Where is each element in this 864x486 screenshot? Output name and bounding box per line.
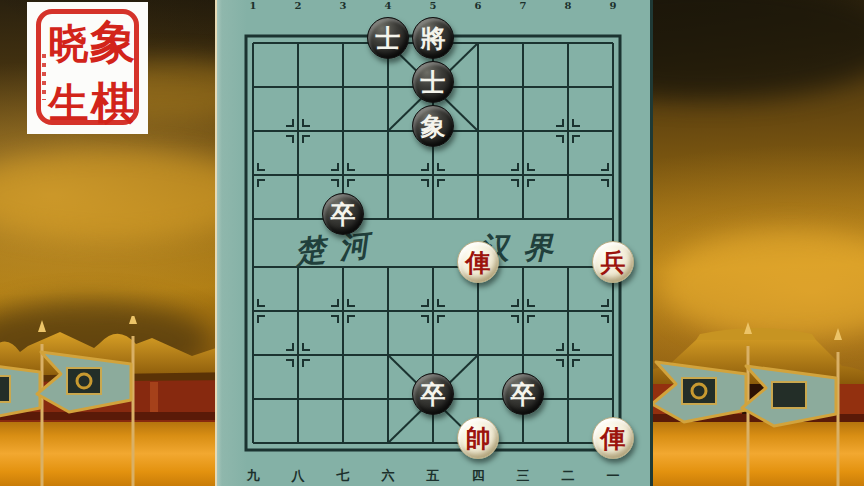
file-label-bottom-2: 八	[292, 467, 305, 485]
file-label-bottom-9: 一	[607, 467, 620, 485]
file-label-bottom-7: 三	[517, 467, 530, 485]
piece-red-f6r9[interactable]: 帥	[457, 417, 499, 459]
piece-black-f4r0[interactable]: 士	[367, 17, 409, 59]
piece-black-f5r0[interactable]: 將	[412, 17, 454, 59]
piece-black-f5r8[interactable]: 卒	[412, 373, 454, 415]
file-label-top-4: 4	[385, 0, 392, 11]
seal-characters: 晓 象 生 棋	[47, 12, 136, 122]
file-label-top-8: 8	[565, 0, 572, 11]
file-label-bottom-3: 七	[337, 467, 350, 485]
piece-red-f6r5[interactable]: 俥	[457, 241, 499, 283]
file-label-bottom-4: 六	[382, 467, 395, 485]
file-label-top-7: 7	[520, 0, 527, 11]
seal-char: 象	[88, 11, 137, 75]
seal-char: 晓	[47, 12, 90, 74]
file-label-bottom-6: 四	[472, 467, 485, 485]
piece-black-f3r4[interactable]: 卒	[322, 193, 364, 235]
piece-black-f5r2[interactable]: 象	[412, 105, 454, 147]
piece-red-f9r9[interactable]: 俥	[592, 417, 634, 459]
piece-black-f5r1[interactable]: 士	[412, 61, 454, 103]
file-label-top-9: 9	[610, 0, 617, 11]
seal-char: 棋	[90, 74, 136, 133]
file-label-bottom-8: 二	[562, 467, 575, 485]
seal-char: 生	[47, 74, 90, 133]
file-label-top-6: 6	[475, 0, 482, 11]
file-label-bottom-1: 九	[247, 467, 260, 485]
screenshot-root: 123456789 九八七六五四三二一 楚河 汉界 士將士象卒俥兵卒卒帥俥 晓 …	[0, 0, 864, 486]
piece-red-f9r5[interactable]: 兵	[592, 241, 634, 283]
file-label-bottom-5: 五	[427, 467, 440, 485]
file-label-top-3: 3	[340, 0, 347, 11]
piece-black-f7r8[interactable]: 卒	[502, 373, 544, 415]
file-label-top-5: 5	[430, 0, 437, 11]
seal-side-marks	[42, 54, 46, 100]
file-label-top-1: 1	[250, 0, 257, 11]
app-logo: 晓 象 生 棋	[27, 2, 148, 134]
xiangqi-board[interactable]: 123456789 九八七六五四三二一 楚河 汉界 士將士象卒俥兵卒卒帥俥	[215, 0, 653, 486]
file-label-top-2: 2	[295, 0, 302, 11]
